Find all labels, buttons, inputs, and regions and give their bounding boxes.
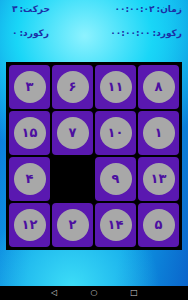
tile-number: ۶	[69, 80, 77, 93]
tile-number: ۵	[155, 218, 163, 231]
record-time-label: رکورد:	[153, 28, 182, 38]
home-icon[interactable]: ○	[89, 289, 99, 297]
tile-5[interactable]: ۵	[138, 203, 179, 247]
tile-number: ۱	[155, 126, 163, 139]
tile-disc: ۱	[143, 117, 175, 149]
tile-3[interactable]: ۳	[9, 65, 50, 109]
recents-icon[interactable]: □	[129, 289, 139, 297]
tile-disc: ۱۱	[100, 71, 132, 103]
tile-4[interactable]: ۴	[9, 157, 50, 201]
tile-disc: ۶	[57, 71, 89, 103]
tile-7[interactable]: ۷	[52, 111, 93, 155]
record-moves-label: رکورد:	[20, 28, 49, 38]
moves-counter: حرکت:۳	[10, 4, 50, 14]
record-moves-counter: رکورد:۰	[10, 28, 49, 38]
tile-13[interactable]: ۱۳	[138, 157, 179, 201]
empty-cell	[52, 157, 93, 201]
tile-number: ۱۵	[22, 126, 38, 139]
tile-2[interactable]: ۲	[52, 203, 93, 247]
tile-disc: ۱۰	[100, 117, 132, 149]
moves-label: حرکت:	[20, 4, 50, 14]
time-value: ۰۰:۰۰:۰۲	[114, 4, 154, 14]
tile-12[interactable]: ۱۲	[9, 203, 50, 247]
tile-disc: ۱۴	[100, 209, 132, 241]
tile-number: ۱۰	[108, 126, 124, 139]
time-label: زمان:	[157, 4, 182, 14]
tile-9[interactable]: ۹	[95, 157, 136, 201]
tile-15[interactable]: ۱۵	[9, 111, 50, 155]
tile-disc: ۸	[143, 71, 175, 103]
tile-number: ۴	[26, 172, 34, 185]
record-time-counter: رکورد:۰۰:۰۰:۰۰	[108, 28, 182, 38]
tile-number: ۱۴	[108, 218, 124, 231]
tile-disc: ۱۲	[14, 209, 46, 241]
tile-disc: ۱۵	[14, 117, 46, 149]
tile-disc: ۷	[57, 117, 89, 149]
tile-number: ۱۳	[151, 172, 167, 185]
tile-6[interactable]: ۶	[52, 65, 93, 109]
tile-disc: ۱۳	[143, 163, 175, 195]
tile-disc: ۹	[100, 163, 132, 195]
tile-number: ۱۲	[22, 218, 38, 231]
record-moves-value: ۰	[12, 28, 18, 38]
tile-number: ۳	[26, 80, 34, 93]
tile-disc: ۴	[14, 163, 46, 195]
tile-disc: ۵	[143, 209, 175, 241]
tile-number: ۷	[69, 126, 77, 139]
tile-number: ۸	[155, 80, 163, 93]
tile-number: ۲	[69, 218, 77, 231]
time-counter: زمان:۰۰:۰۰:۰۲	[112, 4, 182, 14]
game-screen: حرکت:۳ زمان:۰۰:۰۰:۰۲ رکورد:۰ رکورد:۰۰:۰۰…	[0, 0, 188, 300]
tile-10[interactable]: ۱۰	[95, 111, 136, 155]
tile-1[interactable]: ۱	[138, 111, 179, 155]
tile-number: ۱۱	[108, 80, 124, 93]
record-time-value: ۰۰:۰۰:۰۰	[110, 28, 150, 38]
tile-14[interactable]: ۱۴	[95, 203, 136, 247]
puzzle-board: ۳۶۱۱۸۱۵۷۱۰۱۴۹۱۳۱۲۲۱۴۵	[6, 62, 182, 250]
tile-8[interactable]: ۸	[138, 65, 179, 109]
back-icon[interactable]: ◁	[49, 289, 59, 297]
android-navbar: ◁ ○ □	[0, 286, 188, 300]
moves-value: ۳	[12, 4, 18, 14]
tile-11[interactable]: ۱۱	[95, 65, 136, 109]
tile-disc: ۳	[14, 71, 46, 103]
tile-number: ۹	[112, 172, 120, 185]
tile-disc: ۲	[57, 209, 89, 241]
